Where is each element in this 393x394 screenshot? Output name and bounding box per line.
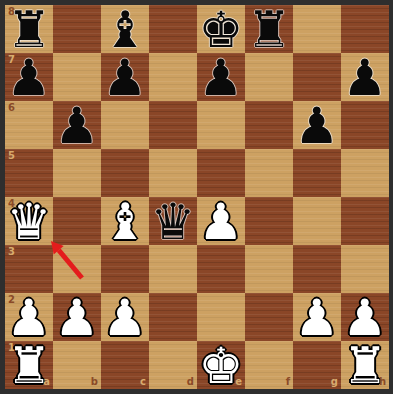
piece-black-bishop-c8[interactable]: ♝ xyxy=(103,5,148,55)
square-a4[interactable]: 4♛ xyxy=(5,197,53,245)
file-label-d: d xyxy=(187,377,194,387)
square-d8[interactable] xyxy=(149,5,197,53)
piece-white-pawn-h2[interactable]: ♟ xyxy=(343,293,388,343)
piece-white-pawn-c2[interactable]: ♟ xyxy=(103,293,148,343)
square-f8[interactable]: ♜ xyxy=(245,5,293,53)
piece-black-queen-d4[interactable]: ♛ xyxy=(151,197,196,247)
square-d7[interactable] xyxy=(149,53,197,101)
square-d2[interactable] xyxy=(149,293,197,341)
square-e1[interactable]: e♚ xyxy=(197,341,245,389)
piece-black-pawn-c7[interactable]: ♟ xyxy=(103,53,148,103)
square-f4[interactable] xyxy=(245,197,293,245)
square-c2[interactable]: ♟ xyxy=(101,293,149,341)
piece-white-pawn-a2[interactable]: ♟ xyxy=(7,293,52,343)
square-g5[interactable] xyxy=(293,149,341,197)
square-b2[interactable]: ♟ xyxy=(53,293,101,341)
square-f7[interactable] xyxy=(245,53,293,101)
piece-white-rook-h1[interactable]: ♜ xyxy=(343,341,388,391)
file-label-b: b xyxy=(91,377,98,387)
square-a8[interactable]: 8♜ xyxy=(5,5,53,53)
square-c6[interactable] xyxy=(101,101,149,149)
rank-label-5: 5 xyxy=(8,151,15,161)
square-h7[interactable]: ♟ xyxy=(341,53,389,101)
square-b1[interactable]: b xyxy=(53,341,101,389)
square-h5[interactable] xyxy=(341,149,389,197)
square-h6[interactable] xyxy=(341,101,389,149)
piece-black-pawn-h7[interactable]: ♟ xyxy=(343,53,388,103)
square-f5[interactable] xyxy=(245,149,293,197)
square-e5[interactable] xyxy=(197,149,245,197)
square-g8[interactable] xyxy=(293,5,341,53)
piece-white-rook-a1[interactable]: ♜ xyxy=(7,341,52,391)
square-a1[interactable]: 1a♜ xyxy=(5,341,53,389)
square-h1[interactable]: h♜ xyxy=(341,341,389,389)
file-label-g: g xyxy=(331,377,338,387)
square-b5[interactable] xyxy=(53,149,101,197)
square-g1[interactable]: g xyxy=(293,341,341,389)
square-a3[interactable]: 3 xyxy=(5,245,53,293)
square-c8[interactable]: ♝ xyxy=(101,5,149,53)
piece-white-king-e1[interactable]: ♚ xyxy=(199,341,244,391)
square-f2[interactable] xyxy=(245,293,293,341)
square-a5[interactable]: 5 xyxy=(5,149,53,197)
piece-black-pawn-g6[interactable]: ♟ xyxy=(295,101,340,151)
piece-white-bishop-c4[interactable]: ♝ xyxy=(103,197,148,247)
square-g3[interactable] xyxy=(293,245,341,293)
piece-black-king-e8[interactable]: ♚ xyxy=(199,5,244,55)
square-e3[interactable] xyxy=(197,245,245,293)
square-g4[interactable] xyxy=(293,197,341,245)
square-e4[interactable]: ♟ xyxy=(197,197,245,245)
piece-black-rook-a8[interactable]: ♜ xyxy=(7,5,52,55)
square-d3[interactable] xyxy=(149,245,197,293)
square-g2[interactable]: ♟ xyxy=(293,293,341,341)
board-frame: 8♜♝♚♜7♟♟♟♟6♟♟54♛♝♛♟32♟♟♟♟♟1a♜bcde♚fgh♜ xyxy=(0,0,393,394)
square-f6[interactable] xyxy=(245,101,293,149)
square-c5[interactable] xyxy=(101,149,149,197)
square-a6[interactable]: 6 xyxy=(5,101,53,149)
square-g7[interactable] xyxy=(293,53,341,101)
square-h4[interactable] xyxy=(341,197,389,245)
square-d1[interactable]: d xyxy=(149,341,197,389)
square-c1[interactable]: c xyxy=(101,341,149,389)
square-d4[interactable]: ♛ xyxy=(149,197,197,245)
file-label-f: f xyxy=(286,377,290,387)
square-c4[interactable]: ♝ xyxy=(101,197,149,245)
square-d6[interactable] xyxy=(149,101,197,149)
piece-black-pawn-a7[interactable]: ♟ xyxy=(7,53,52,103)
square-a2[interactable]: 2♟ xyxy=(5,293,53,341)
square-b3[interactable] xyxy=(53,245,101,293)
square-b4[interactable] xyxy=(53,197,101,245)
square-h3[interactable] xyxy=(341,245,389,293)
square-h8[interactable] xyxy=(341,5,389,53)
board: 8♜♝♚♜7♟♟♟♟6♟♟54♛♝♛♟32♟♟♟♟♟1a♜bcde♚fgh♜ xyxy=(5,5,389,389)
piece-black-rook-f8[interactable]: ♜ xyxy=(247,5,292,55)
square-e7[interactable]: ♟ xyxy=(197,53,245,101)
square-b6[interactable]: ♟ xyxy=(53,101,101,149)
file-label-c: c xyxy=(140,377,146,387)
square-h2[interactable]: ♟ xyxy=(341,293,389,341)
square-e2[interactable] xyxy=(197,293,245,341)
square-c7[interactable]: ♟ xyxy=(101,53,149,101)
square-f3[interactable] xyxy=(245,245,293,293)
piece-white-queen-a4[interactable]: ♛ xyxy=(7,197,52,247)
piece-black-pawn-b6[interactable]: ♟ xyxy=(55,101,100,151)
square-c3[interactable] xyxy=(101,245,149,293)
square-a7[interactable]: 7♟ xyxy=(5,53,53,101)
square-d5[interactable] xyxy=(149,149,197,197)
square-g6[interactable]: ♟ xyxy=(293,101,341,149)
square-f1[interactable]: f xyxy=(245,341,293,389)
piece-white-pawn-b2[interactable]: ♟ xyxy=(55,293,100,343)
square-e8[interactable]: ♚ xyxy=(197,5,245,53)
piece-white-pawn-g2[interactable]: ♟ xyxy=(295,293,340,343)
square-b8[interactable] xyxy=(53,5,101,53)
piece-black-pawn-e7[interactable]: ♟ xyxy=(199,53,244,103)
square-b7[interactable] xyxy=(53,53,101,101)
piece-white-pawn-e4[interactable]: ♟ xyxy=(199,197,244,247)
square-e6[interactable] xyxy=(197,101,245,149)
